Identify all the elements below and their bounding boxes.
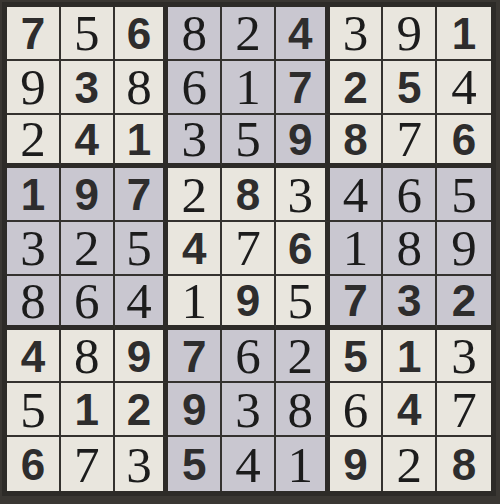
cell-r2c8[interactable]: 5 [383, 61, 437, 115]
solved-digit: 6 [343, 385, 369, 436]
given-digit: 1 [74, 388, 98, 432]
solved-digit: 9 [451, 223, 477, 274]
solved-digit: 4 [451, 62, 477, 113]
cell-r8c5[interactable]: 3 [222, 383, 276, 437]
cell-r9c4[interactable]: 5 [168, 437, 222, 491]
cell-r6c7[interactable]: 7 [330, 276, 384, 330]
solved-digit: 1 [235, 62, 261, 113]
cell-r5c9[interactable]: 9 [437, 222, 491, 276]
solved-digit: 2 [181, 170, 207, 221]
cell-r6c6[interactable]: 5 [276, 276, 330, 330]
cell-r8c2[interactable]: 1 [61, 383, 115, 437]
cell-r4c5[interactable]: 8 [222, 168, 276, 222]
cell-r5c1[interactable]: 3 [7, 222, 61, 276]
given-digit: 9 [288, 118, 312, 162]
given-digit: 6 [127, 12, 151, 56]
given-digit: 8 [452, 443, 476, 487]
solved-digit: 1 [288, 440, 314, 491]
given-digit: 1 [452, 12, 476, 56]
cell-r8c6[interactable]: 8 [276, 383, 330, 437]
given-digit: 6 [21, 443, 45, 487]
solved-digit: 5 [235, 115, 261, 166]
cell-r5c3[interactable]: 5 [115, 222, 169, 276]
cell-r7c4[interactable]: 7 [168, 330, 222, 384]
cell-r3c1[interactable]: 2 [7, 115, 61, 169]
cell-r6c8[interactable]: 3 [383, 276, 437, 330]
solved-digit: 8 [20, 276, 46, 327]
cell-r9c3[interactable]: 3 [115, 437, 169, 491]
solved-digit: 8 [181, 8, 207, 59]
cell-r1c7[interactable]: 3 [330, 7, 384, 61]
given-digit: 9 [74, 173, 98, 217]
given-digit: 7 [182, 335, 206, 379]
cell-r4c3[interactable]: 7 [115, 168, 169, 222]
solved-digit: 6 [181, 62, 207, 113]
given-digit: 3 [397, 279, 421, 323]
given-digit: 6 [452, 118, 476, 162]
cell-r3c5[interactable]: 5 [222, 115, 276, 169]
solved-digit: 3 [451, 331, 477, 382]
cell-r4c7[interactable]: 4 [330, 168, 384, 222]
cell-r9c1[interactable]: 6 [7, 437, 61, 491]
solved-digit: 1 [181, 276, 207, 327]
cell-r4c4[interactable]: 2 [168, 168, 222, 222]
solved-digit: 7 [235, 223, 261, 274]
given-digit: 9 [343, 443, 367, 487]
solved-digit: 6 [397, 170, 423, 221]
cell-r8c3[interactable]: 2 [115, 383, 169, 437]
given-digit: 7 [343, 279, 367, 323]
solved-digit: 2 [74, 223, 100, 274]
cell-r2c3[interactable]: 8 [115, 61, 169, 115]
cell-r5c4[interactable]: 4 [168, 222, 222, 276]
solved-digit: 3 [288, 170, 314, 221]
cell-r3c8[interactable]: 7 [383, 115, 437, 169]
cell-r4c6[interactable]: 3 [276, 168, 330, 222]
given-digit: 4 [182, 227, 206, 271]
cell-r7c1[interactable]: 4 [7, 330, 61, 384]
solved-digit: 8 [74, 331, 100, 382]
solved-digit: 5 [74, 8, 100, 59]
given-digit: 1 [21, 173, 45, 217]
solved-digit: 3 [181, 115, 207, 166]
cell-r5c7[interactable]: 1 [330, 222, 384, 276]
solved-digit: 6 [235, 331, 261, 382]
cell-r5c6[interactable]: 6 [276, 222, 330, 276]
solved-digit: 2 [20, 115, 46, 166]
given-digit: 2 [452, 279, 476, 323]
cell-r9c5[interactable]: 4 [222, 437, 276, 491]
sudoku-board: 7568243919386172542413598761972834653254… [2, 2, 496, 496]
cell-r1c4[interactable]: 8 [168, 7, 222, 61]
cell-r8c9[interactable]: 7 [437, 383, 491, 437]
cell-r7c3[interactable]: 9 [115, 330, 169, 384]
solved-digit: 8 [397, 223, 423, 274]
cell-r5c5[interactable]: 7 [222, 222, 276, 276]
cell-r2c1[interactable]: 9 [7, 61, 61, 115]
solved-digit: 2 [288, 331, 314, 382]
cell-r1c8[interactable]: 9 [383, 7, 437, 61]
given-digit: 2 [343, 66, 367, 110]
cell-r4c1[interactable]: 1 [7, 168, 61, 222]
solved-digit: 8 [126, 62, 152, 113]
cell-r6c9[interactable]: 2 [437, 276, 491, 330]
cell-r1c5[interactable]: 2 [222, 7, 276, 61]
solved-digit: 3 [20, 223, 46, 274]
cell-r1c6[interactable]: 4 [276, 7, 330, 61]
cell-r9c2[interactable]: 7 [61, 437, 115, 491]
given-digit: 7 [288, 66, 312, 110]
cell-r8c4[interactable]: 9 [168, 383, 222, 437]
given-digit: 6 [288, 227, 312, 271]
given-digit: 8 [236, 173, 260, 217]
cell-r4c8[interactable]: 6 [383, 168, 437, 222]
cell-r6c3[interactable]: 4 [115, 276, 169, 330]
solved-digit: 3 [126, 440, 152, 491]
cell-r9c6[interactable]: 1 [276, 437, 330, 491]
solved-digit: 5 [288, 276, 314, 327]
given-digit: 8 [343, 118, 367, 162]
solved-digit: 4 [235, 440, 261, 491]
cell-r8c8[interactable]: 4 [383, 383, 437, 437]
cell-r2c6[interactable]: 7 [276, 61, 330, 115]
cell-r3c7[interactable]: 8 [330, 115, 384, 169]
given-digit: 1 [397, 335, 421, 379]
given-digit: 2 [127, 388, 151, 432]
cell-r9c7[interactable]: 9 [330, 437, 384, 491]
solved-digit: 2 [235, 8, 261, 59]
cell-r4c2[interactable]: 9 [61, 168, 115, 222]
solved-digit: 1 [343, 223, 369, 274]
solved-digit: 3 [343, 8, 369, 59]
solved-digit: 6 [74, 276, 100, 327]
solved-digit: 2 [397, 440, 423, 491]
cell-r6c5[interactable]: 9 [222, 276, 276, 330]
cell-r9c8[interactable]: 2 [383, 437, 437, 491]
given-digit: 4 [288, 12, 312, 56]
cell-r9c9[interactable]: 8 [437, 437, 491, 491]
cell-r2c2[interactable]: 3 [61, 61, 115, 115]
given-digit: 4 [21, 335, 45, 379]
cell-r7c9[interactable]: 3 [437, 330, 491, 384]
cell-r2c7[interactable]: 2 [330, 61, 384, 115]
cell-r7c2[interactable]: 8 [61, 330, 115, 384]
solved-digit: 5 [126, 223, 152, 274]
solved-digit: 9 [397, 8, 423, 59]
cell-r5c8[interactable]: 8 [383, 222, 437, 276]
given-digit: 4 [397, 388, 421, 432]
given-digit: 5 [343, 335, 367, 379]
given-digit: 7 [21, 12, 45, 56]
solved-digit: 4 [126, 276, 152, 327]
cell-r1c1[interactable]: 7 [7, 7, 61, 61]
solved-digit: 7 [451, 385, 477, 436]
given-digit: 1 [127, 118, 151, 162]
cell-r3c2[interactable]: 4 [61, 115, 115, 169]
cell-r1c9[interactable]: 1 [437, 7, 491, 61]
solved-digit: 3 [235, 385, 261, 436]
cell-r7c6[interactable]: 2 [276, 330, 330, 384]
cell-r5c2[interactable]: 2 [61, 222, 115, 276]
solved-digit: 7 [74, 440, 100, 491]
cell-r1c3[interactable]: 6 [115, 7, 169, 61]
cell-r7c5[interactable]: 6 [222, 330, 276, 384]
cell-r7c7[interactable]: 5 [330, 330, 384, 384]
cell-r2c4[interactable]: 6 [168, 61, 222, 115]
given-digit: 9 [236, 279, 260, 323]
cell-r3c3[interactable]: 1 [115, 115, 169, 169]
given-digit: 4 [74, 118, 98, 162]
cell-r3c4[interactable]: 3 [168, 115, 222, 169]
cell-r2c9[interactable]: 4 [437, 61, 491, 115]
scanned-sudoku-page: 7568243919386172542413598761972834653254… [0, 0, 500, 504]
solved-digit: 7 [397, 115, 423, 166]
cell-r3c9[interactable]: 6 [437, 115, 491, 169]
solved-digit: 8 [288, 385, 314, 436]
cell-r4c9[interactable]: 5 [437, 168, 491, 222]
cell-r6c4[interactable]: 1 [168, 276, 222, 330]
solved-digit: 4 [343, 170, 369, 221]
cell-r6c2[interactable]: 6 [61, 276, 115, 330]
solved-digit: 9 [20, 62, 46, 113]
cell-r2c5[interactable]: 1 [222, 61, 276, 115]
cell-r8c7[interactable]: 6 [330, 383, 384, 437]
given-digit: 7 [127, 173, 151, 217]
cell-r7c8[interactable]: 1 [383, 330, 437, 384]
cell-r6c1[interactable]: 8 [7, 276, 61, 330]
cell-r1c2[interactable]: 5 [61, 7, 115, 61]
given-digit: 5 [397, 66, 421, 110]
given-digit: 9 [127, 335, 151, 379]
cell-r3c6[interactable]: 9 [276, 115, 330, 169]
solved-digit: 5 [20, 385, 46, 436]
given-digit: 5 [182, 443, 206, 487]
given-digit: 3 [74, 66, 98, 110]
given-digit: 9 [182, 388, 206, 432]
cell-r8c1[interactable]: 5 [7, 383, 61, 437]
solved-digit: 5 [451, 170, 477, 221]
